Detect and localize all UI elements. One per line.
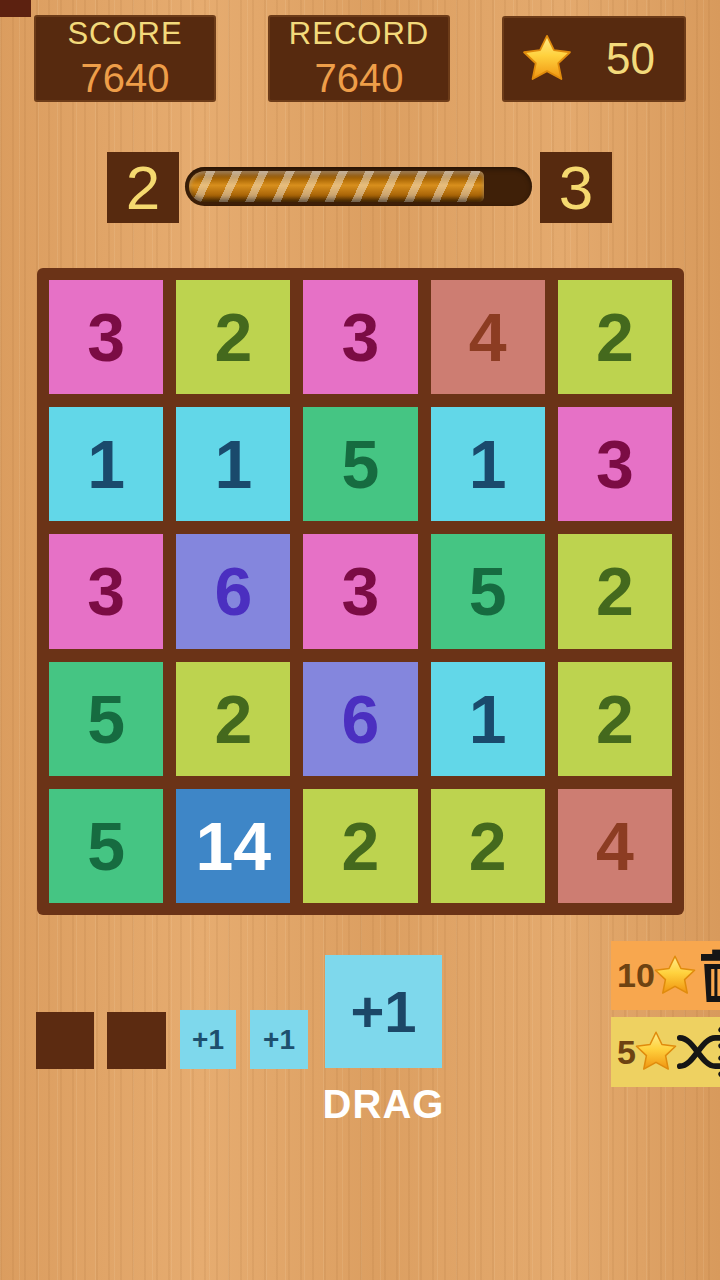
level-current-value: 2 [126, 152, 160, 223]
tile-r5c5[interactable]: 4 [558, 789, 672, 903]
trash-cost: 10 [617, 956, 655, 995]
tray-empty-slot-1 [36, 1012, 94, 1069]
tile-r2c3[interactable]: 5 [303, 407, 417, 521]
shuffle-powerup-button[interactable]: 5 [611, 1017, 720, 1087]
star-icon [652, 953, 698, 999]
record-value: 7640 [315, 54, 404, 102]
level-next-badge: 3 [540, 152, 612, 223]
shuffle-icon [676, 1026, 720, 1078]
level-current-badge: 2 [107, 152, 179, 223]
tile-r2c5[interactable]: 3 [558, 407, 672, 521]
level-progress-bar [185, 167, 532, 206]
tile-r1c3[interactable]: 3 [303, 280, 417, 394]
trash-powerup-button[interactable]: 10 [611, 941, 720, 1010]
drag-plus-one-tile[interactable]: +1 [325, 955, 442, 1068]
tile-r5c4[interactable]: 2 [431, 789, 545, 903]
star-counter-panel: 50 [502, 16, 686, 102]
tile-r2c1[interactable]: 1 [49, 407, 163, 521]
stars-count: 50 [606, 34, 655, 84]
board: 32342115133635252612514224 [37, 268, 684, 915]
tile-r5c1[interactable]: 5 [49, 789, 163, 903]
tile-r3c4[interactable]: 5 [431, 534, 545, 648]
level-next-value: 3 [559, 152, 593, 223]
tile-r3c1[interactable]: 3 [49, 534, 163, 648]
star-icon [520, 32, 574, 86]
drag-label: DRAG [313, 1082, 454, 1127]
tile-r3c5[interactable]: 2 [558, 534, 672, 648]
tile-r1c4[interactable]: 4 [431, 280, 545, 394]
score-value: 7640 [81, 54, 170, 102]
corner-mark [0, 0, 31, 17]
tray-plus-one-tile-2[interactable]: +1 [250, 1010, 308, 1069]
record-panel: RECORD 7640 [268, 15, 450, 102]
tile-r5c3[interactable]: 2 [303, 789, 417, 903]
score-label: SCORE [67, 15, 182, 54]
tile-r1c1[interactable]: 3 [49, 280, 163, 394]
tile-r3c3[interactable]: 3 [303, 534, 417, 648]
tile-r4c4[interactable]: 1 [431, 662, 545, 776]
score-panel: SCORE 7640 [34, 15, 216, 102]
screen: SCORE 7640 RECORD 7640 50 2 3 3234211513… [0, 0, 720, 1280]
tile-r1c2[interactable]: 2 [176, 280, 290, 394]
trash-icon [695, 948, 720, 1004]
tile-r4c1[interactable]: 5 [49, 662, 163, 776]
tile-r2c4[interactable]: 1 [431, 407, 545, 521]
tray-plus-one-tile-1[interactable]: +1 [180, 1010, 236, 1069]
tile-r2c2[interactable]: 1 [176, 407, 290, 521]
tile-r4c5[interactable]: 2 [558, 662, 672, 776]
tile-r4c2[interactable]: 2 [176, 662, 290, 776]
tile-r1c5[interactable]: 2 [558, 280, 672, 394]
tile-r5c2[interactable]: 14 [176, 789, 290, 903]
record-label: RECORD [289, 15, 429, 54]
star-icon [633, 1029, 679, 1075]
tray-empty-slot-2 [107, 1012, 166, 1069]
tile-r3c2[interactable]: 6 [176, 534, 290, 648]
tile-r4c3[interactable]: 6 [303, 662, 417, 776]
progress-fill [189, 171, 484, 202]
